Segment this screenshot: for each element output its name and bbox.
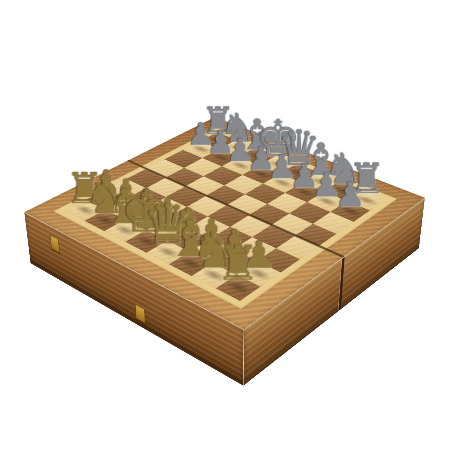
product-photo-scene: ♜♞♝♚♛♝♞♜♟♟♟♟♟♟♟♟♟♟♟♟♟♟♟♟♜♞♝♚♛♝♞♜: [0, 0, 450, 450]
brass-latch-2: [135, 304, 146, 324]
board-top-surface: ♜♞♝♚♛♝♞♜♟♟♟♟♟♟♟♟♟♟♟♟♟♟♟♟♜♞♝♚♛♝♞♜: [24, 117, 425, 330]
chess-box: ♜♞♝♚♛♝♞♜♟♟♟♟♟♟♟♟♟♟♟♟♟♟♟♟♜♞♝♚♛♝♞♜: [24, 117, 425, 330]
brass-latch-1: [50, 234, 60, 253]
box-halves-split-seam: [338, 257, 344, 311]
piece-black-pawn-a7[interactable]: ♟: [328, 146, 372, 211]
piece-white-rook-a1[interactable]: ♜: [213, 215, 263, 288]
